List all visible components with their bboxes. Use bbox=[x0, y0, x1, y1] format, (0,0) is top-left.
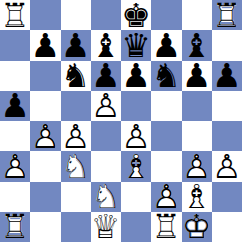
piece-fill-glyph: ♛ bbox=[91, 212, 121, 242]
piece-glyph: ♞ bbox=[61, 61, 91, 91]
square-d4[interactable] bbox=[91, 121, 121, 151]
square-c5[interactable] bbox=[61, 91, 91, 121]
square-c4[interactable]: ♟♙ bbox=[61, 121, 91, 151]
piece-fill-glyph: ♝ bbox=[121, 151, 151, 181]
square-g7[interactable]: ♝ bbox=[182, 30, 212, 60]
square-f3[interactable] bbox=[151, 151, 181, 181]
piece-black-bishop[interactable]: ♝ bbox=[91, 30, 121, 60]
square-h2[interactable] bbox=[212, 182, 242, 212]
piece-fill-glyph: ♞ bbox=[91, 182, 121, 212]
piece-black-pawn[interactable]: ♟ bbox=[0, 91, 30, 121]
square-h3[interactable]: ♟♙ bbox=[212, 151, 242, 181]
square-d5[interactable]: ♟♙ bbox=[91, 91, 121, 121]
square-d1[interactable]: ♛♕ bbox=[91, 212, 121, 242]
piece-outline-glyph: ♗ bbox=[182, 182, 212, 212]
piece-black-pawn[interactable]: ♟ bbox=[91, 61, 121, 91]
piece-glyph: ♝ bbox=[91, 30, 121, 60]
square-d7[interactable]: ♝ bbox=[91, 30, 121, 60]
square-f4[interactable] bbox=[151, 121, 181, 151]
square-f1[interactable]: ♜♖ bbox=[151, 212, 181, 242]
piece-white-king[interactable]: ♚♔ bbox=[182, 212, 212, 242]
piece-white-pawn[interactable]: ♟♙ bbox=[30, 121, 60, 151]
piece-black-knight[interactable]: ♞ bbox=[151, 61, 181, 91]
piece-fill-glyph: ♜ bbox=[0, 0, 30, 30]
piece-outline-glyph: ♙ bbox=[0, 151, 30, 181]
piece-outline-glyph: ♙ bbox=[61, 121, 91, 151]
square-f6[interactable]: ♞ bbox=[151, 61, 181, 91]
piece-glyph: ♚ bbox=[121, 0, 151, 30]
piece-fill-glyph: ♟ bbox=[151, 182, 181, 212]
square-e7[interactable]: ♛ bbox=[121, 30, 151, 60]
square-b6[interactable] bbox=[30, 61, 60, 91]
square-b7[interactable]: ♟ bbox=[30, 30, 60, 60]
square-b2[interactable] bbox=[30, 182, 60, 212]
piece-black-pawn[interactable]: ♟ bbox=[182, 61, 212, 91]
piece-fill-glyph: ♟ bbox=[30, 121, 60, 151]
piece-white-pawn[interactable]: ♟♙ bbox=[91, 91, 121, 121]
piece-fill-glyph: ♟ bbox=[121, 121, 151, 151]
piece-white-pawn[interactable]: ♟♙ bbox=[212, 151, 242, 181]
square-g5[interactable] bbox=[182, 91, 212, 121]
piece-glyph: ♟ bbox=[212, 61, 242, 91]
piece-black-pawn[interactable]: ♟ bbox=[61, 30, 91, 60]
square-g4[interactable] bbox=[182, 121, 212, 151]
piece-outline-glyph: ♖ bbox=[151, 212, 181, 242]
piece-outline-glyph: ♙ bbox=[91, 91, 121, 121]
piece-glyph: ♟ bbox=[91, 61, 121, 91]
piece-black-king[interactable]: ♚ bbox=[121, 0, 151, 30]
piece-glyph: ♝ bbox=[182, 30, 212, 60]
square-a4[interactable] bbox=[0, 121, 30, 151]
piece-outline-glyph: ♙ bbox=[121, 121, 151, 151]
square-f8[interactable] bbox=[151, 0, 181, 30]
square-e4[interactable]: ♟♙ bbox=[121, 121, 151, 151]
piece-white-pawn[interactable]: ♟♙ bbox=[61, 121, 91, 151]
piece-glyph: ♟ bbox=[182, 61, 212, 91]
piece-black-pawn[interactable]: ♟ bbox=[30, 30, 60, 60]
square-a3[interactable]: ♟♙ bbox=[0, 151, 30, 181]
piece-fill-glyph: ♟ bbox=[91, 91, 121, 121]
square-b8[interactable] bbox=[30, 0, 60, 30]
piece-fill-glyph: ♟ bbox=[61, 121, 91, 151]
square-g1[interactable]: ♚♔ bbox=[182, 212, 212, 242]
piece-outline-glyph: ♘ bbox=[91, 182, 121, 212]
square-h5[interactable] bbox=[212, 91, 242, 121]
piece-glyph: ♟ bbox=[151, 30, 181, 60]
square-h4[interactable] bbox=[212, 121, 242, 151]
piece-black-queen[interactable]: ♛ bbox=[121, 30, 151, 60]
piece-outline-glyph: ♔ bbox=[182, 212, 212, 242]
piece-outline-glyph: ♕ bbox=[91, 212, 121, 242]
piece-black-pawn[interactable]: ♟ bbox=[212, 61, 242, 91]
square-d8[interactable] bbox=[91, 0, 121, 30]
piece-white-rook[interactable]: ♜♖ bbox=[212, 0, 242, 30]
square-b3[interactable] bbox=[30, 151, 60, 181]
piece-outline-glyph: ♙ bbox=[212, 151, 242, 181]
piece-outline-glyph: ♖ bbox=[0, 212, 30, 242]
square-a6[interactable] bbox=[0, 61, 30, 91]
square-g6[interactable]: ♟ bbox=[182, 61, 212, 91]
square-c7[interactable]: ♟ bbox=[61, 30, 91, 60]
square-f5[interactable] bbox=[151, 91, 181, 121]
piece-fill-glyph: ♜ bbox=[212, 0, 242, 30]
piece-fill-glyph: ♞ bbox=[61, 151, 91, 181]
square-b5[interactable] bbox=[30, 91, 60, 121]
square-h6[interactable]: ♟ bbox=[212, 61, 242, 91]
piece-black-knight[interactable]: ♞ bbox=[61, 61, 91, 91]
piece-white-knight[interactable]: ♞♘ bbox=[91, 182, 121, 212]
square-c8[interactable] bbox=[61, 0, 91, 30]
square-h8[interactable]: ♜♖ bbox=[212, 0, 242, 30]
piece-fill-glyph: ♟ bbox=[182, 151, 212, 181]
piece-fill-glyph: ♟ bbox=[0, 151, 30, 181]
square-a1[interactable]: ♜♖ bbox=[0, 212, 30, 242]
square-e2[interactable] bbox=[121, 182, 151, 212]
square-c1[interactable] bbox=[61, 212, 91, 242]
piece-outline-glyph: ♙ bbox=[182, 151, 212, 181]
square-a5[interactable]: ♟ bbox=[0, 91, 30, 121]
square-g2[interactable]: ♝♗ bbox=[182, 182, 212, 212]
piece-fill-glyph: ♝ bbox=[182, 182, 212, 212]
piece-outline-glyph: ♙ bbox=[30, 121, 60, 151]
piece-outline-glyph: ♗ bbox=[121, 151, 151, 181]
square-e3[interactable]: ♝♗ bbox=[121, 151, 151, 181]
piece-glyph: ♟ bbox=[61, 30, 91, 60]
piece-fill-glyph: ♚ bbox=[182, 212, 212, 242]
piece-black-bishop[interactable]: ♝ bbox=[182, 30, 212, 60]
piece-white-pawn[interactable]: ♟♙ bbox=[182, 151, 212, 181]
square-b1[interactable] bbox=[30, 212, 60, 242]
piece-glyph: ♟ bbox=[30, 30, 60, 60]
square-g8[interactable] bbox=[182, 0, 212, 30]
square-f7[interactable]: ♟ bbox=[151, 30, 181, 60]
piece-glyph: ♟ bbox=[121, 61, 151, 91]
square-e6[interactable]: ♟ bbox=[121, 61, 151, 91]
piece-white-rook[interactable]: ♜♖ bbox=[0, 212, 30, 242]
piece-fill-glyph: ♜ bbox=[151, 212, 181, 242]
square-d6[interactable]: ♟ bbox=[91, 61, 121, 91]
piece-white-bishop[interactable]: ♝♗ bbox=[182, 182, 212, 212]
square-h7[interactable] bbox=[212, 30, 242, 60]
piece-glyph: ♟ bbox=[0, 91, 30, 121]
piece-outline-glyph: ♖ bbox=[212, 0, 242, 30]
piece-white-knight[interactable]: ♞♘ bbox=[61, 151, 91, 181]
piece-black-pawn[interactable]: ♟ bbox=[121, 61, 151, 91]
chess-board: ♜♖♚♜♖♟♟♝♛♟♝♞♟♟♞♟♟♟♟♙♟♙♟♙♟♙♟♙♞♘♝♗♟♙♟♙♞♘♟♙… bbox=[0, 0, 242, 242]
piece-white-rook[interactable]: ♜♖ bbox=[151, 212, 181, 242]
square-g3[interactable]: ♟♙ bbox=[182, 151, 212, 181]
square-b4[interactable]: ♟♙ bbox=[30, 121, 60, 151]
square-e8[interactable]: ♚ bbox=[121, 0, 151, 30]
piece-black-pawn[interactable]: ♟ bbox=[151, 30, 181, 60]
square-c6[interactable]: ♞ bbox=[61, 61, 91, 91]
square-e1[interactable] bbox=[121, 212, 151, 242]
piece-fill-glyph: ♜ bbox=[0, 212, 30, 242]
piece-outline-glyph: ♖ bbox=[0, 0, 30, 30]
piece-outline-glyph: ♘ bbox=[61, 151, 91, 181]
square-a8[interactable]: ♜♖ bbox=[0, 0, 30, 30]
piece-white-queen[interactable]: ♛♕ bbox=[91, 212, 121, 242]
square-c2[interactable] bbox=[61, 182, 91, 212]
piece-white-pawn[interactable]: ♟♙ bbox=[121, 121, 151, 151]
square-d2[interactable]: ♞♘ bbox=[91, 182, 121, 212]
piece-white-pawn[interactable]: ♟♙ bbox=[0, 151, 30, 181]
piece-fill-glyph: ♟ bbox=[212, 151, 242, 181]
piece-white-bishop[interactable]: ♝♗ bbox=[121, 151, 151, 181]
square-e5[interactable] bbox=[121, 91, 151, 121]
piece-glyph: ♞ bbox=[151, 61, 181, 91]
piece-outline-glyph: ♙ bbox=[151, 182, 181, 212]
square-a2[interactable] bbox=[0, 182, 30, 212]
piece-white-pawn[interactable]: ♟♙ bbox=[151, 182, 181, 212]
square-d3[interactable] bbox=[91, 151, 121, 181]
square-h1[interactable] bbox=[212, 212, 242, 242]
square-a7[interactable] bbox=[0, 30, 30, 60]
piece-glyph: ♛ bbox=[121, 30, 151, 60]
square-c3[interactable]: ♞♘ bbox=[61, 151, 91, 181]
square-f2[interactable]: ♟♙ bbox=[151, 182, 181, 212]
piece-white-rook[interactable]: ♜♖ bbox=[0, 0, 30, 30]
